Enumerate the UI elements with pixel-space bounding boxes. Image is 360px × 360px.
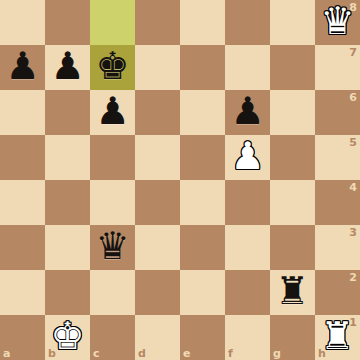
file-label-f: f xyxy=(228,348,233,359)
chess-board: 8♛♟♟♚7♟♟6♟54♛3♜2ab♚cdefg1h♜ xyxy=(0,0,360,360)
square-d5[interactable] xyxy=(135,135,180,180)
piece-black-pawn[interactable]: ♟ xyxy=(5,44,39,89)
square-h4[interactable]: 4 xyxy=(315,180,360,225)
piece-white-king[interactable]: ♚ xyxy=(50,314,84,359)
square-b4[interactable] xyxy=(45,180,90,225)
square-b1[interactable]: b♚ xyxy=(45,315,90,360)
square-a6[interactable] xyxy=(0,90,45,135)
square-b5[interactable] xyxy=(45,135,90,180)
square-b6[interactable] xyxy=(45,90,90,135)
square-d8[interactable] xyxy=(135,0,180,45)
piece-white-queen[interactable]: ♛ xyxy=(320,0,354,44)
file-label-d: d xyxy=(138,348,146,359)
square-g2[interactable]: ♜ xyxy=(270,270,315,315)
square-f6[interactable]: ♟ xyxy=(225,90,270,135)
piece-black-queen[interactable]: ♛ xyxy=(95,224,129,269)
square-f8[interactable] xyxy=(225,0,270,45)
square-d2[interactable] xyxy=(135,270,180,315)
file-label-c: c xyxy=(93,348,100,359)
square-c1[interactable]: c xyxy=(90,315,135,360)
square-g1[interactable]: g xyxy=(270,315,315,360)
square-f5[interactable]: ♟ xyxy=(225,135,270,180)
square-a7[interactable]: ♟ xyxy=(0,45,45,90)
square-a3[interactable] xyxy=(0,225,45,270)
square-d7[interactable] xyxy=(135,45,180,90)
square-d4[interactable] xyxy=(135,180,180,225)
square-e1[interactable]: e xyxy=(180,315,225,360)
square-b3[interactable] xyxy=(45,225,90,270)
rank-label-5: 5 xyxy=(349,137,357,148)
rank-label-4: 4 xyxy=(349,182,357,193)
piece-black-pawn[interactable]: ♟ xyxy=(95,89,129,134)
square-g3[interactable] xyxy=(270,225,315,270)
square-c3[interactable]: ♛ xyxy=(90,225,135,270)
square-h8[interactable]: 8♛ xyxy=(315,0,360,45)
square-d1[interactable]: d xyxy=(135,315,180,360)
square-c5[interactable] xyxy=(90,135,135,180)
square-a8[interactable] xyxy=(0,0,45,45)
square-e7[interactable] xyxy=(180,45,225,90)
square-f1[interactable]: f xyxy=(225,315,270,360)
file-label-a: a xyxy=(3,348,10,359)
square-c2[interactable] xyxy=(90,270,135,315)
rank-label-3: 3 xyxy=(349,227,357,238)
square-h3[interactable]: 3 xyxy=(315,225,360,270)
square-h7[interactable]: 7 xyxy=(315,45,360,90)
square-g5[interactable] xyxy=(270,135,315,180)
piece-white-pawn[interactable]: ♟ xyxy=(230,134,264,179)
square-h5[interactable]: 5 xyxy=(315,135,360,180)
square-g4[interactable] xyxy=(270,180,315,225)
square-d6[interactable] xyxy=(135,90,180,135)
square-g8[interactable] xyxy=(270,0,315,45)
square-c8[interactable] xyxy=(90,0,135,45)
file-label-e: e xyxy=(183,348,190,359)
square-g6[interactable] xyxy=(270,90,315,135)
rank-label-7: 7 xyxy=(349,47,357,58)
square-e4[interactable] xyxy=(180,180,225,225)
piece-black-rook[interactable]: ♜ xyxy=(275,269,309,314)
square-e6[interactable] xyxy=(180,90,225,135)
rank-label-6: 6 xyxy=(349,92,357,103)
square-a1[interactable]: a xyxy=(0,315,45,360)
square-b2[interactable] xyxy=(45,270,90,315)
square-h1[interactable]: 1h♜ xyxy=(315,315,360,360)
square-c6[interactable]: ♟ xyxy=(90,90,135,135)
square-h2[interactable]: 2 xyxy=(315,270,360,315)
square-e5[interactable] xyxy=(180,135,225,180)
square-e3[interactable] xyxy=(180,225,225,270)
piece-black-pawn[interactable]: ♟ xyxy=(50,44,84,89)
square-h6[interactable]: 6 xyxy=(315,90,360,135)
square-e2[interactable] xyxy=(180,270,225,315)
piece-black-pawn[interactable]: ♟ xyxy=(230,89,264,134)
square-c7[interactable]: ♚ xyxy=(90,45,135,90)
square-b8[interactable] xyxy=(45,0,90,45)
piece-black-king[interactable]: ♚ xyxy=(95,44,129,89)
square-f3[interactable] xyxy=(225,225,270,270)
square-g7[interactable] xyxy=(270,45,315,90)
rank-label-2: 2 xyxy=(349,272,357,283)
square-f4[interactable] xyxy=(225,180,270,225)
square-a5[interactable] xyxy=(0,135,45,180)
square-a4[interactable] xyxy=(0,180,45,225)
piece-white-rook[interactable]: ♜ xyxy=(320,314,354,359)
file-label-g: g xyxy=(273,348,281,359)
square-a2[interactable] xyxy=(0,270,45,315)
square-c4[interactable] xyxy=(90,180,135,225)
square-f7[interactable] xyxy=(225,45,270,90)
square-d3[interactable] xyxy=(135,225,180,270)
square-b7[interactable]: ♟ xyxy=(45,45,90,90)
square-f2[interactable] xyxy=(225,270,270,315)
square-e8[interactable] xyxy=(180,0,225,45)
